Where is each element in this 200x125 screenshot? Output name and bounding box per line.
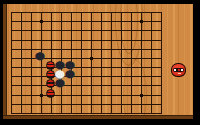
grid-line-vertical <box>121 12 122 114</box>
grid-line-vertical <box>111 12 112 114</box>
grid-line-vertical <box>41 12 42 114</box>
daruma-left-eye-icon <box>174 69 176 71</box>
goban-grid[interactable] <box>11 12 163 115</box>
grid-line-horizontal <box>11 85 162 86</box>
grid-line-horizontal <box>11 12 162 13</box>
star-point <box>140 20 143 23</box>
star-point <box>90 57 93 60</box>
daruma-icon <box>171 63 186 77</box>
grid-line-vertical <box>71 12 72 114</box>
daruma-nose-icon <box>178 69 180 71</box>
grid-line-vertical <box>61 12 62 114</box>
star-point <box>40 94 43 97</box>
grid-line-horizontal <box>11 49 162 50</box>
grid-line-vertical <box>91 12 92 114</box>
red-striped-stone <box>46 89 55 98</box>
grid-line-horizontal <box>11 40 162 41</box>
red-striped-stone <box>46 79 55 88</box>
grid-line-vertical <box>81 12 82 114</box>
grid-line-horizontal <box>11 104 162 105</box>
board-bottom-edge-shadow <box>3 115 193 119</box>
grid-line-vertical <box>11 12 12 114</box>
grid-line-vertical <box>141 12 142 114</box>
grid-line-vertical <box>151 12 152 114</box>
grid-line-vertical <box>101 12 102 114</box>
grid-line-horizontal <box>11 113 162 114</box>
red-striped-stone <box>46 70 55 79</box>
grid-line-horizontal <box>11 58 162 59</box>
board-left-edge-shadow <box>3 4 7 119</box>
grid-line-vertical <box>31 12 32 114</box>
grid-line-vertical <box>21 12 22 114</box>
daruma-right-eye-icon <box>181 69 183 71</box>
grid-line-horizontal <box>11 76 162 77</box>
goban-wood-surface: ●●●●●● <box>3 4 193 119</box>
daruma-mouth-icon <box>178 73 181 74</box>
grid-line-vertical <box>131 12 132 114</box>
star-point <box>40 20 43 23</box>
grid-line-horizontal <box>11 67 162 68</box>
red-striped-stone <box>46 61 55 70</box>
daruma-face-band <box>173 68 184 72</box>
star-point <box>140 94 143 97</box>
grid-line-horizontal <box>11 30 162 31</box>
game-screen: ●●●●●● <box>0 0 200 125</box>
grid-line-vertical <box>161 12 162 114</box>
